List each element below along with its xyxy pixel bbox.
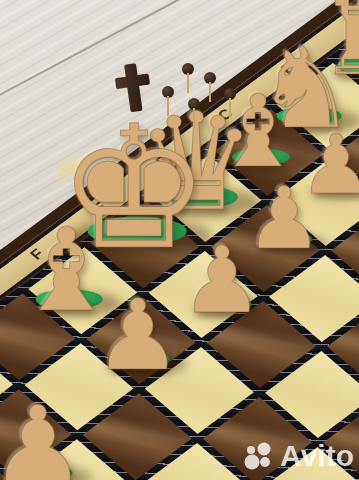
pawn-glyph: ♟	[0, 392, 86, 480]
avito-watermark: Avito	[244, 439, 354, 473]
pawn-glyph: ♟	[181, 235, 263, 327]
avito-logo-icon	[244, 442, 274, 470]
watermark-text: Avito	[280, 439, 354, 473]
pawn-glyph: ♟	[94, 286, 182, 384]
photo-scene: ABCDEFGH ♜ ♞ ♝ ♟ ♛ ♚	[0, 0, 359, 480]
queen-finial-ball	[204, 72, 216, 84]
queen-finial-ball	[224, 88, 236, 100]
queen-finial-ball	[182, 63, 194, 75]
